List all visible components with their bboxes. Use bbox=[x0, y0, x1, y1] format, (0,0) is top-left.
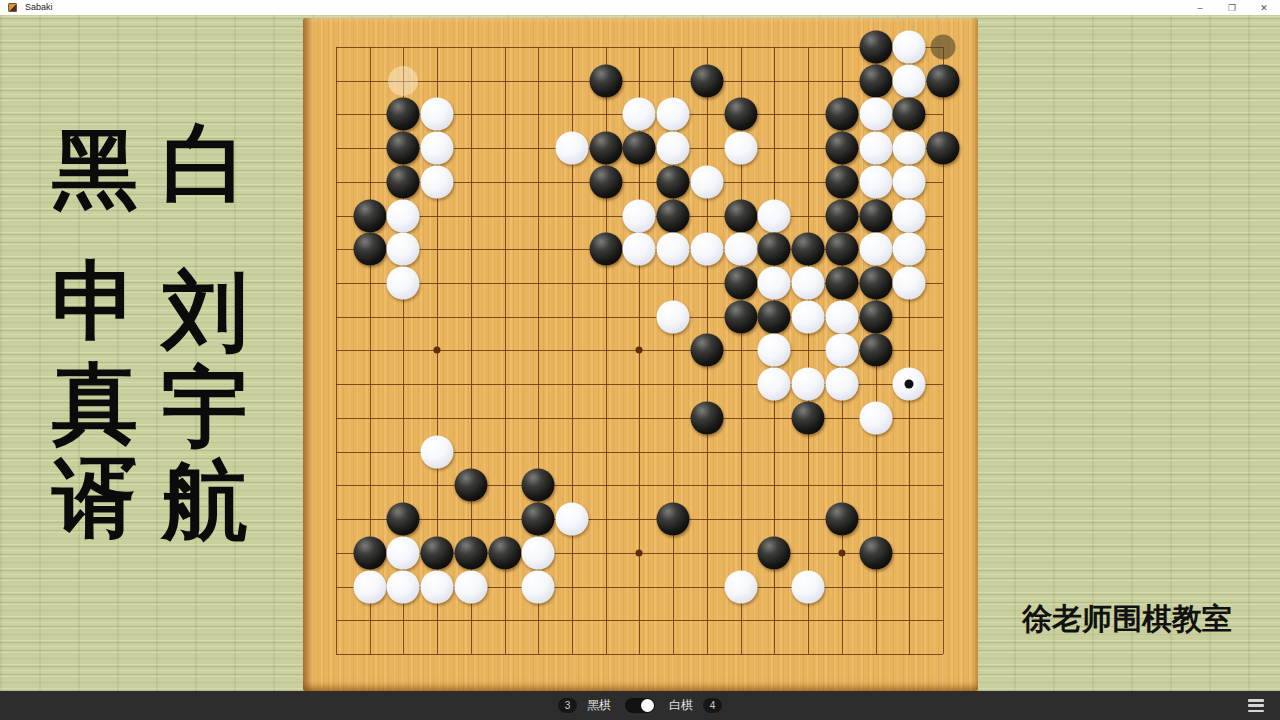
stone-white[interactable] bbox=[792, 570, 825, 603]
star-point bbox=[434, 347, 441, 354]
stone-black[interactable] bbox=[589, 233, 622, 266]
stone-white[interactable] bbox=[657, 300, 690, 333]
white-name-char-3: 航 bbox=[162, 458, 248, 544]
stone-white[interactable] bbox=[454, 570, 487, 603]
grid-line-horizontal bbox=[336, 654, 943, 655]
minimize-button[interactable]: – bbox=[1184, 0, 1216, 15]
stone-white[interactable] bbox=[859, 165, 892, 198]
sabaki-window: Sabaki – ❐ ✕ 黑 申 真 谞 白 刘 宇 航 徐老师围棋教室 3 黑… bbox=[0, 0, 1280, 720]
stone-white[interactable] bbox=[758, 267, 791, 300]
stone-black[interactable] bbox=[926, 64, 959, 97]
stone-black[interactable] bbox=[859, 334, 892, 367]
stone-black[interactable] bbox=[353, 199, 386, 232]
close-button[interactable]: ✕ bbox=[1248, 0, 1280, 15]
stone-black[interactable] bbox=[353, 233, 386, 266]
stone-white[interactable] bbox=[825, 334, 858, 367]
stone-black[interactable] bbox=[589, 64, 622, 97]
stone-white[interactable] bbox=[758, 368, 791, 401]
stone-white[interactable] bbox=[387, 233, 420, 266]
stone-black[interactable] bbox=[825, 267, 858, 300]
stone-white[interactable] bbox=[353, 570, 386, 603]
turn-toggle-knob bbox=[641, 699, 654, 712]
stone-white[interactable] bbox=[893, 165, 926, 198]
menu-hamburger-icon[interactable] bbox=[1248, 699, 1264, 712]
stone-black[interactable] bbox=[488, 536, 521, 569]
stone-black[interactable] bbox=[724, 98, 757, 131]
stone-black[interactable] bbox=[926, 132, 959, 165]
title-bar: Sabaki – ❐ ✕ bbox=[0, 0, 1280, 15]
window-title: Sabaki bbox=[25, 0, 53, 15]
black-name-char-1: 申 bbox=[52, 258, 138, 344]
stone-white[interactable] bbox=[421, 165, 454, 198]
black-player-toolbar-label: 黑棋 bbox=[587, 697, 611, 714]
stone-black[interactable] bbox=[724, 300, 757, 333]
stone-black[interactable] bbox=[859, 64, 892, 97]
stone-black[interactable] bbox=[657, 199, 690, 232]
stone-black[interactable] bbox=[758, 233, 791, 266]
stone-black[interactable] bbox=[724, 199, 757, 232]
stone-black[interactable] bbox=[353, 536, 386, 569]
stone-white[interactable] bbox=[556, 503, 589, 536]
stone-white[interactable] bbox=[387, 199, 420, 232]
stone-black[interactable] bbox=[657, 165, 690, 198]
stone-white[interactable] bbox=[387, 536, 420, 569]
stone-black[interactable] bbox=[758, 300, 791, 333]
stone-white[interactable] bbox=[893, 31, 926, 64]
stone-black[interactable] bbox=[657, 503, 690, 536]
grid-line-horizontal bbox=[336, 485, 943, 486]
stone-white[interactable] bbox=[690, 233, 723, 266]
stone-white[interactable] bbox=[859, 401, 892, 434]
stone-white[interactable] bbox=[421, 98, 454, 131]
stone-white[interactable] bbox=[522, 570, 555, 603]
stone-white[interactable] bbox=[522, 536, 555, 569]
grid-line-horizontal bbox=[336, 620, 943, 621]
stone-black[interactable] bbox=[454, 469, 487, 502]
white-color-char: 白 bbox=[162, 120, 248, 206]
stone-white[interactable] bbox=[859, 132, 892, 165]
stone-black[interactable] bbox=[724, 267, 757, 300]
stone-black[interactable] bbox=[825, 503, 858, 536]
ghost-stone-black bbox=[930, 35, 955, 60]
stone-white[interactable] bbox=[421, 132, 454, 165]
black-captures-badge: 3 bbox=[558, 698, 577, 713]
stone-black[interactable] bbox=[859, 536, 892, 569]
stone-white[interactable] bbox=[724, 233, 757, 266]
stone-black[interactable] bbox=[690, 64, 723, 97]
stone-white[interactable] bbox=[724, 132, 757, 165]
stone-black[interactable] bbox=[859, 31, 892, 64]
stone-black[interactable] bbox=[387, 132, 420, 165]
stone-white[interactable] bbox=[825, 368, 858, 401]
stone-white[interactable] bbox=[421, 435, 454, 468]
stone-black[interactable] bbox=[454, 536, 487, 569]
black-name-char-2: 真 bbox=[52, 360, 138, 446]
stone-black[interactable] bbox=[690, 334, 723, 367]
go-board[interactable] bbox=[303, 18, 978, 691]
stone-white[interactable] bbox=[657, 233, 690, 266]
stone-black[interactable] bbox=[421, 536, 454, 569]
stone-white[interactable] bbox=[893, 199, 926, 232]
stone-black[interactable] bbox=[589, 132, 622, 165]
stone-white[interactable] bbox=[421, 570, 454, 603]
stone-white[interactable] bbox=[657, 98, 690, 131]
stone-black[interactable] bbox=[859, 300, 892, 333]
stone-white[interactable] bbox=[792, 267, 825, 300]
white-captures-badge: 4 bbox=[703, 698, 722, 713]
stone-white[interactable] bbox=[792, 300, 825, 333]
stone-white[interactable] bbox=[387, 267, 420, 300]
stone-black[interactable] bbox=[758, 536, 791, 569]
stone-white[interactable] bbox=[825, 300, 858, 333]
window-controls: – ❐ ✕ bbox=[1184, 0, 1280, 15]
stone-white[interactable] bbox=[758, 334, 791, 367]
stone-black[interactable] bbox=[792, 401, 825, 434]
maximize-button[interactable]: ❐ bbox=[1216, 0, 1248, 15]
stone-black[interactable] bbox=[589, 165, 622, 198]
stone-black[interactable] bbox=[387, 503, 420, 536]
bottom-toolbar: 3 黑棋 白棋 4 bbox=[0, 691, 1280, 720]
stone-black[interactable] bbox=[825, 98, 858, 131]
turn-toggle[interactable] bbox=[625, 698, 655, 713]
stone-black[interactable] bbox=[792, 233, 825, 266]
stone-black[interactable] bbox=[387, 98, 420, 131]
stone-white[interactable] bbox=[893, 233, 926, 266]
stone-black[interactable] bbox=[859, 267, 892, 300]
stone-white[interactable] bbox=[623, 199, 656, 232]
black-name-char-3: 谞 bbox=[52, 455, 138, 541]
stone-white[interactable] bbox=[859, 233, 892, 266]
stone-white[interactable] bbox=[690, 165, 723, 198]
stone-black[interactable] bbox=[893, 98, 926, 131]
stone-white[interactable] bbox=[623, 98, 656, 131]
white-name-char-1: 刘 bbox=[162, 268, 248, 354]
star-point bbox=[636, 347, 643, 354]
watermark-text: 徐老师围棋教室 bbox=[1022, 599, 1234, 640]
sabaki-app-icon bbox=[8, 3, 17, 12]
stone-black[interactable] bbox=[825, 233, 858, 266]
stone-black[interactable] bbox=[690, 401, 723, 434]
stone-black[interactable] bbox=[623, 132, 656, 165]
black-color-char: 黑 bbox=[52, 126, 138, 212]
stone-black[interactable] bbox=[522, 503, 555, 536]
stone-white[interactable] bbox=[893, 267, 926, 300]
main-area: 黑 申 真 谞 白 刘 宇 航 徐老师围棋教室 bbox=[0, 15, 1280, 691]
stone-black[interactable] bbox=[859, 199, 892, 232]
star-point bbox=[838, 549, 845, 556]
grid-line-vertical bbox=[808, 47, 809, 654]
stone-black[interactable] bbox=[825, 165, 858, 198]
stone-white[interactable] bbox=[792, 368, 825, 401]
white-name-char-2: 宇 bbox=[162, 364, 248, 450]
stone-white[interactable] bbox=[859, 98, 892, 131]
stone-white[interactable] bbox=[623, 233, 656, 266]
stone-black[interactable] bbox=[825, 132, 858, 165]
ghost-stone-white bbox=[388, 66, 418, 96]
stone-black[interactable] bbox=[825, 199, 858, 232]
stone-white[interactable] bbox=[893, 64, 926, 97]
star-point bbox=[636, 549, 643, 556]
stone-white[interactable] bbox=[758, 199, 791, 232]
stone-white[interactable] bbox=[387, 570, 420, 603]
white-player-toolbar-label: 白棋 bbox=[669, 697, 693, 714]
stone-white[interactable] bbox=[893, 132, 926, 165]
stone-black[interactable] bbox=[522, 469, 555, 502]
stone-black[interactable] bbox=[387, 165, 420, 198]
stone-white[interactable] bbox=[657, 132, 690, 165]
stone-white[interactable] bbox=[724, 570, 757, 603]
last-move-marker bbox=[905, 380, 914, 389]
grid-line-horizontal bbox=[336, 418, 943, 419]
stone-white[interactable] bbox=[556, 132, 589, 165]
